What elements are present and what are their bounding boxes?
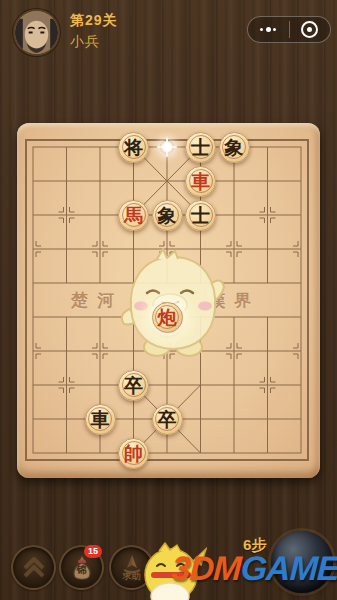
- piece-red-馬[interactable]: 馬: [118, 200, 149, 231]
- piece-black-将[interactable]: 将: [118, 132, 149, 163]
- chevron-up-icon: [19, 553, 49, 583]
- more-button[interactable]: [248, 17, 289, 42]
- xiangqi-board: 楚河 漢界 将士象車馬象士炮卒車卒帥: [17, 123, 320, 478]
- piece-character: 士: [191, 138, 210, 157]
- watermark-game: GAME: [240, 549, 337, 587]
- piece-black-士[interactable]: 士: [185, 200, 216, 231]
- piece-character: 将: [124, 138, 143, 157]
- bag-character: 锦: [77, 563, 87, 577]
- avatar-portrait: [15, 11, 58, 54]
- pieces-layer: 将士象車馬象士炮卒車卒帥: [17, 123, 320, 478]
- level-info: 第29关 小兵: [70, 13, 118, 48]
- piece-character: 士: [191, 206, 210, 225]
- player-rank: 小兵: [70, 34, 118, 48]
- close-target-icon: [301, 21, 318, 38]
- piece-character: 炮: [158, 308, 177, 327]
- piece-red-帥[interactable]: 帥: [118, 438, 149, 469]
- hint-count-badge: 15: [84, 545, 102, 558]
- miniprogram-capsule: [247, 16, 331, 43]
- piece-black-卒[interactable]: 卒: [118, 370, 149, 401]
- watermark-3dm: 3DM: [171, 549, 242, 587]
- piece-black-象[interactable]: 象: [219, 132, 250, 163]
- piece-red-炮[interactable]: 炮: [152, 302, 183, 333]
- piece-black-士[interactable]: 士: [185, 132, 216, 163]
- piece-character: 象: [225, 138, 244, 157]
- level-title: 第29关: [70, 13, 118, 27]
- more-dots-icon: [260, 27, 276, 32]
- piece-character: 象: [158, 206, 177, 225]
- piece-black-卒[interactable]: 卒: [152, 404, 183, 435]
- piece-character: 卒: [124, 376, 143, 395]
- collapse-menu-button[interactable]: [11, 545, 56, 590]
- app-screen: 第29关 小兵 楚河 漢界 将士象車馬象士炮卒車卒帥: [0, 0, 337, 600]
- piece-black-車[interactable]: 車: [85, 404, 116, 435]
- piece-character: 車: [191, 172, 210, 191]
- close-button[interactable]: [290, 17, 331, 42]
- piece-black-象[interactable]: 象: [152, 200, 183, 231]
- piece-red-車[interactable]: 車: [185, 166, 216, 197]
- move-sparkle-highlight: [160, 140, 174, 154]
- help-label: 求助: [123, 572, 141, 581]
- player-avatar[interactable]: [13, 9, 60, 56]
- piece-character: 車: [91, 410, 110, 429]
- watermark: 3DMGAME: [171, 551, 337, 585]
- piece-character: 卒: [158, 410, 177, 429]
- piece-character: 帥: [124, 444, 143, 463]
- piece-character: 馬: [124, 206, 143, 225]
